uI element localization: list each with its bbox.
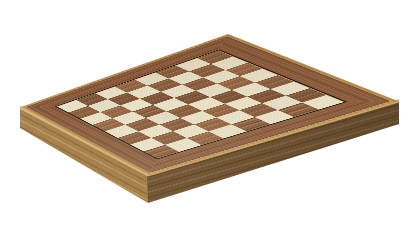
- photo-stage: [0, 0, 416, 238]
